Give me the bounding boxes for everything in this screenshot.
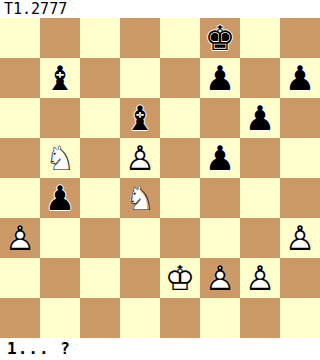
square-f3[interactable]	[200, 218, 240, 258]
black-pawn[interactable]: ♟	[200, 58, 240, 98]
square-e5[interactable]	[160, 138, 200, 178]
black-bishop[interactable]: ♝	[120, 98, 160, 138]
square-g8[interactable]	[240, 18, 280, 58]
title-bar: T1.2777	[0, 0, 320, 18]
square-b1[interactable]	[40, 298, 80, 338]
square-h1[interactable]	[280, 298, 320, 338]
square-f2[interactable]: ♟♙	[200, 258, 240, 298]
chess-board: ♚♝♟♟♝♟♞♘♟♙♟♟♞♘♟♙♟♙♚♔♟♙♟♙	[0, 18, 320, 338]
square-d8[interactable]	[120, 18, 160, 58]
piece-outline: ♙	[0, 218, 40, 258]
square-a2[interactable]	[0, 258, 40, 298]
square-a6[interactable]	[0, 98, 40, 138]
square-a5[interactable]	[0, 138, 40, 178]
square-g2[interactable]: ♟♙	[240, 258, 280, 298]
square-e3[interactable]	[160, 218, 200, 258]
square-g7[interactable]	[240, 58, 280, 98]
square-h3[interactable]: ♟♙	[280, 218, 320, 258]
square-h8[interactable]	[280, 18, 320, 58]
white-pawn[interactable]: ♟♙	[240, 258, 280, 298]
square-e7[interactable]	[160, 58, 200, 98]
square-f8[interactable]: ♚	[200, 18, 240, 58]
piece-outline: ♙	[200, 258, 240, 298]
square-c2[interactable]	[80, 258, 120, 298]
white-pawn[interactable]: ♟♙	[120, 138, 160, 178]
square-g4[interactable]	[240, 178, 280, 218]
white-pawn[interactable]: ♟♙	[0, 218, 40, 258]
square-d1[interactable]	[120, 298, 160, 338]
square-h6[interactable]	[280, 98, 320, 138]
square-d3[interactable]	[120, 218, 160, 258]
square-c7[interactable]	[80, 58, 120, 98]
square-a8[interactable]	[0, 18, 40, 58]
square-b6[interactable]	[40, 98, 80, 138]
square-b5[interactable]: ♞♘	[40, 138, 80, 178]
square-c3[interactable]	[80, 218, 120, 258]
square-e6[interactable]	[160, 98, 200, 138]
square-e2[interactable]: ♚♔	[160, 258, 200, 298]
square-b2[interactable]	[40, 258, 80, 298]
piece-outline: ♘	[40, 138, 80, 178]
square-b8[interactable]	[40, 18, 80, 58]
square-b7[interactable]: ♝	[40, 58, 80, 98]
square-d6[interactable]: ♝	[120, 98, 160, 138]
black-pawn[interactable]: ♟	[200, 138, 240, 178]
black-pawn[interactable]: ♟	[40, 178, 80, 218]
square-e8[interactable]	[160, 18, 200, 58]
square-c4[interactable]	[80, 178, 120, 218]
piece-outline: ♔	[160, 258, 200, 298]
square-a4[interactable]	[0, 178, 40, 218]
square-c5[interactable]	[80, 138, 120, 178]
square-h4[interactable]	[280, 178, 320, 218]
square-h7[interactable]: ♟	[280, 58, 320, 98]
square-g5[interactable]	[240, 138, 280, 178]
square-d7[interactable]	[120, 58, 160, 98]
piece-outline: ♙	[120, 138, 160, 178]
piece-outline: ♙	[280, 218, 320, 258]
square-b3[interactable]	[40, 218, 80, 258]
square-f6[interactable]	[200, 98, 240, 138]
square-g3[interactable]	[240, 218, 280, 258]
white-knight[interactable]: ♞♘	[40, 138, 80, 178]
square-h2[interactable]	[280, 258, 320, 298]
square-c1[interactable]	[80, 298, 120, 338]
square-f4[interactable]	[200, 178, 240, 218]
square-b4[interactable]: ♟	[40, 178, 80, 218]
square-d5[interactable]: ♟♙	[120, 138, 160, 178]
square-f5[interactable]: ♟	[200, 138, 240, 178]
square-c8[interactable]	[80, 18, 120, 58]
black-bishop[interactable]: ♝	[40, 58, 80, 98]
white-knight[interactable]: ♞♘	[120, 178, 160, 218]
square-h5[interactable]	[280, 138, 320, 178]
square-a7[interactable]	[0, 58, 40, 98]
piece-outline: ♘	[120, 178, 160, 218]
white-pawn[interactable]: ♟♙	[200, 258, 240, 298]
status-bar: 1... ?	[0, 338, 320, 360]
puzzle-id: T1.2777	[4, 0, 67, 18]
square-g6[interactable]: ♟	[240, 98, 280, 138]
black-pawn[interactable]: ♟	[240, 98, 280, 138]
square-f7[interactable]: ♟	[200, 58, 240, 98]
square-e4[interactable]	[160, 178, 200, 218]
white-king[interactable]: ♚♔	[160, 258, 200, 298]
square-g1[interactable]	[240, 298, 280, 338]
square-c6[interactable]	[80, 98, 120, 138]
black-pawn[interactable]: ♟	[280, 58, 320, 98]
piece-outline: ♙	[240, 258, 280, 298]
square-e1[interactable]	[160, 298, 200, 338]
black-king[interactable]: ♚	[200, 18, 240, 58]
move-prompt: 1... ?	[7, 338, 71, 360]
square-a3[interactable]: ♟♙	[0, 218, 40, 258]
square-f1[interactable]	[200, 298, 240, 338]
white-pawn[interactable]: ♟♙	[280, 218, 320, 258]
square-d2[interactable]	[120, 258, 160, 298]
square-a1[interactable]	[0, 298, 40, 338]
square-d4[interactable]: ♞♘	[120, 178, 160, 218]
